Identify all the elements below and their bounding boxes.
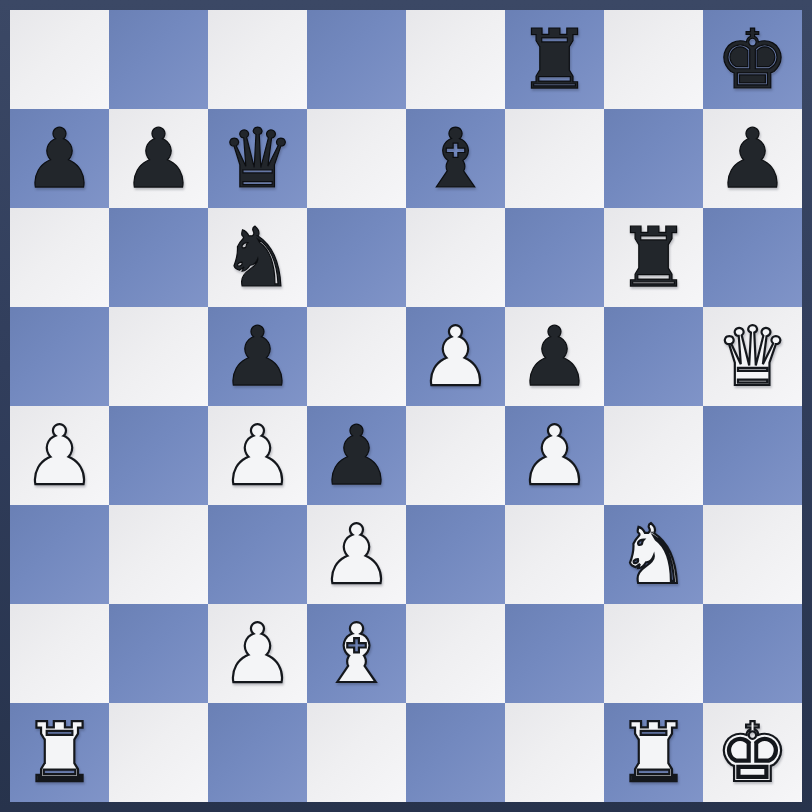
square-g4[interactable]	[604, 406, 703, 505]
board-frame: ♜♚♟♟♛♝♟♞♜♟♟♟♛♟♟♟♟♟♞♟♝♜♜♚	[0, 0, 812, 812]
square-h6[interactable]	[703, 208, 802, 307]
square-h3[interactable]	[703, 505, 802, 604]
square-b5[interactable]	[109, 307, 208, 406]
square-e7[interactable]: ♝	[406, 109, 505, 208]
square-c7[interactable]: ♛	[208, 109, 307, 208]
square-f5[interactable]: ♟	[505, 307, 604, 406]
square-d2[interactable]: ♝	[307, 604, 406, 703]
square-g2[interactable]	[604, 604, 703, 703]
square-h5[interactable]: ♛	[703, 307, 802, 406]
piece-white-pawn[interactable]: ♟	[221, 406, 295, 505]
square-d8[interactable]	[307, 10, 406, 109]
square-e2[interactable]	[406, 604, 505, 703]
square-a7[interactable]: ♟	[10, 109, 109, 208]
square-h4[interactable]	[703, 406, 802, 505]
square-g6[interactable]: ♜	[604, 208, 703, 307]
square-c3[interactable]	[208, 505, 307, 604]
piece-black-pawn[interactable]: ♟	[320, 406, 394, 505]
chess-board: ♜♚♟♟♛♝♟♞♜♟♟♟♛♟♟♟♟♟♞♟♝♜♜♚	[10, 10, 802, 802]
square-b7[interactable]: ♟	[109, 109, 208, 208]
square-b6[interactable]	[109, 208, 208, 307]
piece-black-knight[interactable]: ♞	[221, 208, 295, 307]
piece-black-bishop[interactable]: ♝	[419, 109, 493, 208]
square-f7[interactable]	[505, 109, 604, 208]
square-c6[interactable]: ♞	[208, 208, 307, 307]
square-a6[interactable]	[10, 208, 109, 307]
square-c2[interactable]: ♟	[208, 604, 307, 703]
square-f1[interactable]	[505, 703, 604, 802]
piece-black-queen[interactable]: ♛	[221, 109, 295, 208]
square-f8[interactable]: ♜	[505, 10, 604, 109]
square-d4[interactable]: ♟	[307, 406, 406, 505]
piece-black-rook[interactable]: ♜	[518, 10, 592, 109]
square-b8[interactable]	[109, 10, 208, 109]
piece-white-pawn[interactable]: ♟	[23, 406, 97, 505]
square-e3[interactable]	[406, 505, 505, 604]
piece-white-rook[interactable]: ♜	[23, 703, 97, 802]
square-d1[interactable]	[307, 703, 406, 802]
square-e5[interactable]: ♟	[406, 307, 505, 406]
square-g7[interactable]	[604, 109, 703, 208]
piece-white-pawn[interactable]: ♟	[221, 604, 295, 703]
piece-white-bishop[interactable]: ♝	[320, 604, 394, 703]
square-f3[interactable]	[505, 505, 604, 604]
square-e6[interactable]	[406, 208, 505, 307]
square-a3[interactable]	[10, 505, 109, 604]
square-h2[interactable]	[703, 604, 802, 703]
square-h7[interactable]: ♟	[703, 109, 802, 208]
square-e1[interactable]	[406, 703, 505, 802]
square-c8[interactable]	[208, 10, 307, 109]
piece-black-rook[interactable]: ♜	[617, 208, 691, 307]
piece-white-king[interactable]: ♚	[716, 703, 790, 802]
square-a1[interactable]: ♜	[10, 703, 109, 802]
square-d5[interactable]	[307, 307, 406, 406]
square-h8[interactable]: ♚	[703, 10, 802, 109]
piece-black-king[interactable]: ♚	[716, 10, 790, 109]
square-g8[interactable]	[604, 10, 703, 109]
piece-white-rook[interactable]: ♜	[617, 703, 691, 802]
square-h1[interactable]: ♚	[703, 703, 802, 802]
square-g3[interactable]: ♞	[604, 505, 703, 604]
piece-white-pawn[interactable]: ♟	[419, 307, 493, 406]
piece-black-pawn[interactable]: ♟	[716, 109, 790, 208]
square-e8[interactable]	[406, 10, 505, 109]
square-d7[interactable]	[307, 109, 406, 208]
square-g5[interactable]	[604, 307, 703, 406]
piece-white-queen[interactable]: ♛	[716, 307, 790, 406]
piece-black-pawn[interactable]: ♟	[122, 109, 196, 208]
square-d3[interactable]: ♟	[307, 505, 406, 604]
square-a8[interactable]	[10, 10, 109, 109]
square-c5[interactable]: ♟	[208, 307, 307, 406]
piece-white-pawn[interactable]: ♟	[518, 406, 592, 505]
piece-black-pawn[interactable]: ♟	[221, 307, 295, 406]
square-g1[interactable]: ♜	[604, 703, 703, 802]
square-d6[interactable]	[307, 208, 406, 307]
square-b4[interactable]	[109, 406, 208, 505]
square-a4[interactable]: ♟	[10, 406, 109, 505]
square-c4[interactable]: ♟	[208, 406, 307, 505]
square-f2[interactable]	[505, 604, 604, 703]
square-e4[interactable]	[406, 406, 505, 505]
piece-white-pawn[interactable]: ♟	[320, 505, 394, 604]
piece-black-pawn[interactable]: ♟	[23, 109, 97, 208]
square-f4[interactable]: ♟	[505, 406, 604, 505]
piece-white-knight[interactable]: ♞	[617, 505, 691, 604]
square-b2[interactable]	[109, 604, 208, 703]
square-b3[interactable]	[109, 505, 208, 604]
square-a5[interactable]	[10, 307, 109, 406]
square-a2[interactable]	[10, 604, 109, 703]
square-f6[interactable]	[505, 208, 604, 307]
square-c1[interactable]	[208, 703, 307, 802]
piece-black-pawn[interactable]: ♟	[518, 307, 592, 406]
square-b1[interactable]	[109, 703, 208, 802]
